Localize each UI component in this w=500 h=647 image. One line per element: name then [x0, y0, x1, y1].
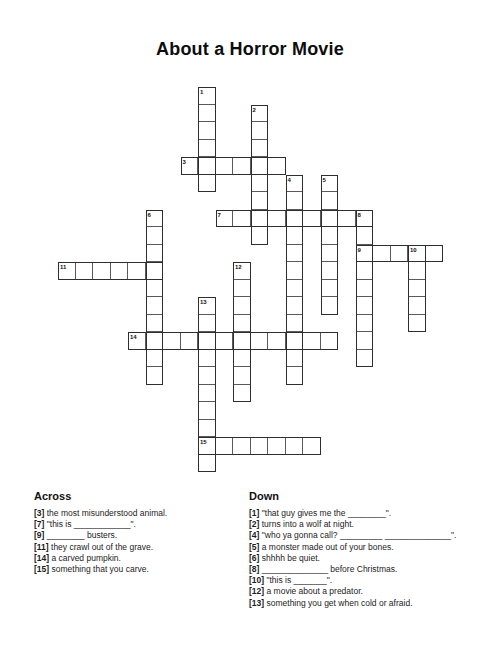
grid-cell[interactable]: [198, 315, 216, 333]
grid-cell[interactable]: [321, 245, 339, 263]
grid-cell[interactable]: [198, 385, 216, 403]
grid-cell[interactable]: [286, 210, 304, 228]
grid-cell[interactable]: [321, 297, 339, 315]
grid-cell[interactable]: [198, 332, 216, 350]
page-title: About a Horror Movie: [0, 39, 500, 60]
grid-cell[interactable]: [146, 262, 164, 280]
grid-cell[interactable]: [321, 280, 339, 298]
grid-cell[interactable]: [216, 437, 234, 455]
grid-cell[interactable]: [391, 245, 409, 263]
grid-cell[interactable]: [321, 262, 339, 280]
grid-cell[interactable]: [198, 367, 216, 385]
grid-cell[interactable]: [373, 245, 391, 263]
grid-cell[interactable]: [286, 332, 304, 350]
grid-cell[interactable]: [408, 262, 426, 280]
grid-cell[interactable]: [146, 332, 164, 350]
grid-cell[interactable]: [321, 192, 339, 210]
clue-item: [14] a carved pumpkin.: [34, 553, 239, 564]
grid-cell[interactable]: [146, 350, 164, 368]
grid-cell[interactable]: [321, 227, 339, 245]
grid-cell[interactable]: [233, 437, 251, 455]
clue-item: [5] a monster made out of your bones.: [249, 542, 494, 553]
clue-item: [9] ________ busters.: [34, 530, 239, 541]
grid-cell[interactable]: [216, 210, 234, 228]
clue-item: [8] ______________ before Christmas.: [249, 564, 494, 575]
grid-cell[interactable]: [233, 157, 251, 175]
grid-cell[interactable]: [198, 437, 216, 455]
grid-cell[interactable]: [356, 210, 374, 228]
grid-cell[interactable]: [146, 297, 164, 315]
grid-cell[interactable]: [286, 227, 304, 245]
grid-cell[interactable]: [286, 437, 304, 455]
grid-cell[interactable]: [216, 332, 234, 350]
grid-cell[interactable]: [233, 210, 251, 228]
grid-cell[interactable]: [321, 210, 339, 228]
grid-cell[interactable]: [128, 262, 146, 280]
grid-cell[interactable]: [198, 157, 216, 175]
grid-cell[interactable]: [198, 105, 216, 123]
clue-item: [6] shhhh be quiet.: [249, 553, 494, 564]
grid-cell[interactable]: [356, 350, 374, 368]
grid-cell[interactable]: [286, 297, 304, 315]
grid-cell[interactable]: [286, 192, 304, 210]
grid-cell[interactable]: [303, 332, 321, 350]
grid-cell[interactable]: [408, 297, 426, 315]
grid-cell[interactable]: [251, 227, 269, 245]
grid-cell[interactable]: [321, 175, 339, 193]
grid-cell[interactable]: [146, 315, 164, 333]
grid-cell[interactable]: [338, 210, 356, 228]
grid-cell[interactable]: [198, 455, 216, 473]
grid-cell[interactable]: [233, 332, 251, 350]
grid-cell[interactable]: [251, 192, 269, 210]
grid-cell[interactable]: [146, 280, 164, 298]
grid-cell[interactable]: [181, 332, 199, 350]
grid-cell[interactable]: [58, 262, 76, 280]
clue-item: [2] turns into a wolf at night.: [249, 519, 494, 530]
grid-cell[interactable]: [233, 280, 251, 298]
grid-cell[interactable]: [251, 140, 269, 158]
down-header: Down: [249, 490, 494, 502]
grid-cell[interactable]: [286, 280, 304, 298]
grid-cell[interactable]: [198, 87, 216, 105]
grid-cell[interactable]: [251, 122, 269, 140]
grid-cell[interactable]: [233, 350, 251, 368]
grid-cell[interactable]: [233, 297, 251, 315]
grid-cell[interactable]: [286, 350, 304, 368]
grid-cell[interactable]: [268, 437, 286, 455]
grid-cell[interactable]: [198, 420, 216, 438]
grid-cell[interactable]: [216, 157, 234, 175]
grid-cell[interactable]: [356, 315, 374, 333]
grid-cell[interactable]: [181, 157, 199, 175]
down-clue-list: [1] "that guy gives me the ________".[2]…: [249, 508, 494, 609]
grid-cell[interactable]: [356, 245, 374, 263]
grid-cell[interactable]: [93, 262, 111, 280]
clue-item: [15] something that you carve.: [34, 564, 239, 575]
grid-cell[interactable]: [268, 210, 286, 228]
grid-cell[interactable]: [251, 210, 269, 228]
grid-cell[interactable]: [76, 262, 94, 280]
grid-cell[interactable]: [233, 385, 251, 403]
grid-cell[interactable]: [198, 140, 216, 158]
grid-cell[interactable]: [356, 262, 374, 280]
grid-cell[interactable]: [286, 262, 304, 280]
grid-cell[interactable]: [146, 227, 164, 245]
grid-cell[interactable]: [198, 122, 216, 140]
clue-item: [3] the most misunderstood animal.: [34, 508, 239, 519]
grid-cell[interactable]: [408, 280, 426, 298]
grid-cell[interactable]: [356, 280, 374, 298]
grid-cell[interactable]: [251, 157, 269, 175]
grid-cell[interactable]: [198, 175, 216, 193]
grid-cell[interactable]: [198, 297, 216, 315]
grid-cell[interactable]: [146, 245, 164, 263]
grid-cell[interactable]: [163, 332, 181, 350]
grid-cell[interactable]: [233, 262, 251, 280]
grid-cell[interactable]: [286, 315, 304, 333]
grid-cell[interactable]: [268, 332, 286, 350]
clue-item: [10] "this is _______".: [249, 575, 494, 586]
grid-cell[interactable]: [356, 227, 374, 245]
clue-item: [13] something you get when cold or afra…: [249, 598, 494, 609]
grid-cell[interactable]: [356, 332, 374, 350]
clue-item: [1] "that guy gives me the ________".: [249, 508, 494, 519]
grid-cell[interactable]: [251, 437, 269, 455]
crossword-worksheet: { "game": "crossword", "title": "About a…: [0, 0, 500, 647]
crossword-grid: 123456789101112131415: [58, 87, 443, 472]
grid-cell[interactable]: [408, 315, 426, 333]
grid-cell[interactable]: [128, 332, 146, 350]
clue-item: [12] a movie about a predator.: [249, 586, 494, 597]
grid-cell[interactable]: [251, 105, 269, 123]
grid-cell[interactable]: [321, 332, 339, 350]
grid-cell[interactable]: [286, 175, 304, 193]
grid-cell[interactable]: [356, 297, 374, 315]
grid-cell[interactable]: [251, 175, 269, 193]
grid-cell[interactable]: [286, 367, 304, 385]
grid-cell[interactable]: [146, 210, 164, 228]
clue-item: [11] they crawl out of the grave.: [34, 542, 239, 553]
grid-cell[interactable]: [198, 350, 216, 368]
grid-cell[interactable]: [408, 245, 426, 263]
grid-cell[interactable]: [233, 315, 251, 333]
grid-cell[interactable]: [146, 367, 164, 385]
grid-cell[interactable]: [286, 245, 304, 263]
grid-cell[interactable]: [303, 210, 321, 228]
grid-cell[interactable]: [198, 402, 216, 420]
across-clue-list: [3] the most misunderstood animal.[7] "t…: [34, 508, 239, 575]
grid-cell[interactable]: [426, 245, 444, 263]
across-header: Across: [34, 490, 239, 502]
clue-item: [4] "who ya gonna call? _________ ______…: [249, 530, 494, 541]
grid-cell[interactable]: [233, 367, 251, 385]
clue-item: [7] "this is ____________".: [34, 519, 239, 530]
grid-cell[interactable]: [251, 332, 269, 350]
grid-cell[interactable]: [111, 262, 129, 280]
down-clues: Down [1] "that guy gives me the ________…: [249, 490, 494, 609]
grid-cell[interactable]: [303, 437, 321, 455]
grid-cell[interactable]: [268, 157, 286, 175]
across-clues: Across [3] the most misunderstood animal…: [34, 490, 239, 575]
